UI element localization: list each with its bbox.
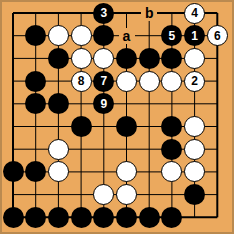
black-stone — [25, 71, 46, 92]
white-stone — [71, 25, 92, 46]
black-stone — [93, 207, 114, 228]
white-stone — [71, 48, 92, 69]
black-stone — [3, 161, 24, 182]
white-stone — [139, 71, 160, 92]
point-label-a: a — [119, 28, 135, 44]
white-stone — [48, 25, 69, 46]
black-stone — [139, 48, 160, 69]
black-stone — [116, 48, 137, 69]
black-stone — [48, 207, 69, 228]
black-stone-3: 3 — [93, 3, 114, 24]
white-stone — [116, 71, 137, 92]
white-stone-6: 6 — [207, 25, 228, 46]
black-stone — [116, 207, 137, 228]
point-label-b: b — [141, 5, 157, 21]
black-stone — [161, 139, 182, 160]
white-stone — [116, 184, 137, 205]
black-stone — [25, 207, 46, 228]
white-stone — [161, 71, 182, 92]
white-stone-2: 2 — [184, 71, 205, 92]
black-stone — [71, 116, 92, 137]
black-stone — [116, 116, 137, 137]
black-stone — [71, 207, 92, 228]
go-board: 345168729 ba — [0, 0, 234, 234]
black-stone — [139, 207, 160, 228]
white-stone-4: 4 — [184, 3, 205, 24]
white-stone — [184, 139, 205, 160]
white-stone — [48, 139, 69, 160]
black-stone — [48, 48, 69, 69]
black-stone-7: 7 — [93, 71, 114, 92]
white-stone — [184, 48, 205, 69]
black-stone — [3, 207, 24, 228]
white-stone — [184, 116, 205, 137]
white-stone-8: 8 — [71, 71, 92, 92]
